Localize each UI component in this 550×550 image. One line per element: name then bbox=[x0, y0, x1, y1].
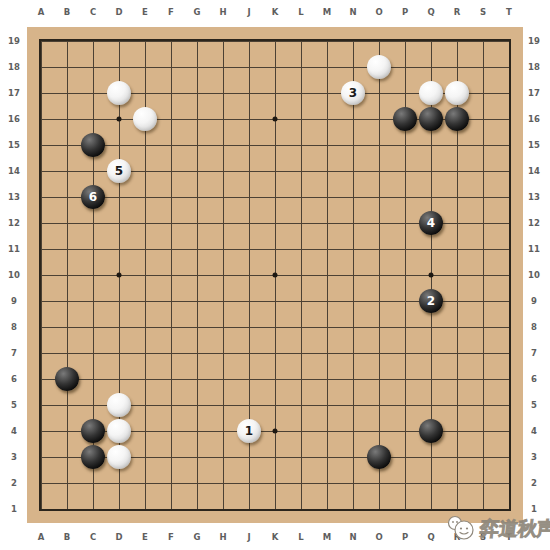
row-label-left-14: 14 bbox=[8, 167, 20, 176]
stone-black-C3 bbox=[81, 445, 105, 469]
stone-white-N17: 3 bbox=[341, 81, 365, 105]
row-label-left-2: 2 bbox=[11, 479, 17, 488]
row-label-right-14: 14 bbox=[528, 167, 540, 176]
column-label-top-R: R bbox=[454, 8, 461, 17]
column-label-top-J: J bbox=[247, 8, 250, 17]
row-label-right-10: 10 bbox=[528, 271, 540, 280]
column-label-bottom-J: J bbox=[247, 533, 250, 542]
column-label-top-O: O bbox=[375, 8, 382, 17]
move-number-5: 5 bbox=[115, 165, 123, 177]
row-label-left-7: 7 bbox=[11, 349, 17, 358]
column-label-top-C: C bbox=[90, 8, 96, 17]
row-label-left-13: 13 bbox=[8, 193, 20, 202]
row-label-right-4: 4 bbox=[531, 427, 537, 436]
column-label-top-L: L bbox=[298, 8, 303, 17]
row-label-right-2: 2 bbox=[531, 479, 537, 488]
column-label-top-S: S bbox=[480, 8, 486, 17]
column-label-top-Q: Q bbox=[427, 8, 434, 17]
stone-white-O18 bbox=[367, 55, 391, 79]
star-point-K16 bbox=[273, 117, 278, 122]
row-label-left-6: 6 bbox=[11, 375, 17, 384]
column-label-bottom-R: R bbox=[454, 533, 461, 542]
move-number-1: 1 bbox=[245, 425, 253, 437]
stone-white-R17 bbox=[445, 81, 469, 105]
row-label-right-16: 16 bbox=[528, 115, 540, 124]
move-number-2: 2 bbox=[427, 295, 435, 307]
column-label-bottom-F: F bbox=[168, 533, 174, 542]
row-label-left-3: 3 bbox=[11, 453, 17, 462]
star-point-Q10 bbox=[429, 273, 434, 278]
column-label-top-F: F bbox=[168, 8, 174, 17]
stone-white-D5 bbox=[107, 393, 131, 417]
column-label-bottom-P: P bbox=[402, 533, 408, 542]
stone-white-Q17 bbox=[419, 81, 443, 105]
go-diagram: ABCDEFGHJKLMNOPQRST ABCDEFGHJKLMNOPQRST … bbox=[0, 0, 550, 550]
row-label-left-12: 12 bbox=[8, 219, 20, 228]
column-label-bottom-N: N bbox=[349, 533, 356, 542]
row-label-left-19: 19 bbox=[8, 37, 20, 46]
row-label-left-1: 1 bbox=[11, 505, 17, 514]
column-label-top-N: N bbox=[349, 8, 356, 17]
row-label-left-5: 5 bbox=[11, 401, 17, 410]
column-label-top-G: G bbox=[194, 8, 201, 17]
column-label-bottom-D: D bbox=[115, 533, 122, 542]
move-number-6: 6 bbox=[89, 191, 97, 203]
stone-black-Q16 bbox=[419, 107, 443, 131]
column-label-bottom-T: T bbox=[506, 533, 512, 542]
column-label-bottom-O: O bbox=[375, 533, 382, 542]
row-label-right-8: 8 bbox=[531, 323, 537, 332]
star-point-K10 bbox=[273, 273, 278, 278]
stone-black-P16 bbox=[393, 107, 417, 131]
stone-black-C13: 6 bbox=[81, 185, 105, 209]
column-label-top-T: T bbox=[506, 8, 512, 17]
column-label-top-B: B bbox=[64, 8, 70, 17]
column-label-top-D: D bbox=[115, 8, 122, 17]
column-label-bottom-E: E bbox=[142, 533, 148, 542]
row-label-right-18: 18 bbox=[528, 63, 540, 72]
stone-black-B6 bbox=[55, 367, 79, 391]
column-label-top-A: A bbox=[38, 8, 45, 17]
stone-white-D17 bbox=[107, 81, 131, 105]
row-label-left-9: 9 bbox=[11, 297, 17, 306]
row-label-right-12: 12 bbox=[528, 219, 540, 228]
row-label-right-15: 15 bbox=[528, 141, 540, 150]
row-label-right-6: 6 bbox=[531, 375, 537, 384]
row-label-right-19: 19 bbox=[528, 37, 540, 46]
row-label-right-9: 9 bbox=[531, 297, 537, 306]
row-label-left-10: 10 bbox=[8, 271, 20, 280]
row-label-right-5: 5 bbox=[531, 401, 537, 410]
stone-white-D3 bbox=[107, 445, 131, 469]
column-label-bottom-B: B bbox=[64, 533, 70, 542]
stone-white-D14: 5 bbox=[107, 159, 131, 183]
stone-black-C4 bbox=[81, 419, 105, 443]
move-number-4: 4 bbox=[427, 217, 435, 229]
row-label-left-15: 15 bbox=[8, 141, 20, 150]
row-label-right-7: 7 bbox=[531, 349, 537, 358]
column-label-bottom-H: H bbox=[219, 533, 226, 542]
column-label-bottom-A: A bbox=[38, 533, 45, 542]
stone-black-R16 bbox=[445, 107, 469, 131]
stone-black-O3 bbox=[367, 445, 391, 469]
stone-black-C15 bbox=[81, 133, 105, 157]
row-label-right-1: 1 bbox=[531, 505, 537, 514]
row-label-left-17: 17 bbox=[8, 89, 20, 98]
column-label-top-E: E bbox=[142, 8, 148, 17]
star-point-D16 bbox=[117, 117, 122, 122]
column-label-bottom-L: L bbox=[298, 533, 303, 542]
column-label-top-M: M bbox=[323, 8, 331, 17]
row-label-right-3: 3 bbox=[531, 453, 537, 462]
row-label-left-16: 16 bbox=[8, 115, 20, 124]
column-label-bottom-K: K bbox=[272, 533, 279, 542]
column-label-bottom-G: G bbox=[194, 533, 201, 542]
stone-black-Q12: 4 bbox=[419, 211, 443, 235]
row-label-left-4: 4 bbox=[11, 427, 17, 436]
stone-white-E16 bbox=[133, 107, 157, 131]
star-point-D10 bbox=[117, 273, 122, 278]
row-label-left-18: 18 bbox=[8, 63, 20, 72]
star-point-K4 bbox=[273, 429, 278, 434]
column-label-top-K: K bbox=[272, 8, 279, 17]
stone-black-Q4 bbox=[419, 419, 443, 443]
column-label-top-H: H bbox=[219, 8, 226, 17]
row-label-right-13: 13 bbox=[528, 193, 540, 202]
stone-white-D4 bbox=[107, 419, 131, 443]
row-label-left-11: 11 bbox=[8, 245, 20, 254]
column-label-bottom-C: C bbox=[90, 533, 96, 542]
column-label-bottom-S: S bbox=[480, 533, 486, 542]
row-label-left-8: 8 bbox=[11, 323, 17, 332]
column-label-bottom-Q: Q bbox=[427, 533, 434, 542]
column-label-bottom-M: M bbox=[323, 533, 331, 542]
column-label-top-P: P bbox=[402, 8, 408, 17]
move-number-3: 3 bbox=[349, 87, 357, 99]
row-label-right-17: 17 bbox=[528, 89, 540, 98]
stone-white-J4: 1 bbox=[237, 419, 261, 443]
stone-black-Q9: 2 bbox=[419, 289, 443, 313]
row-label-right-11: 11 bbox=[528, 245, 540, 254]
